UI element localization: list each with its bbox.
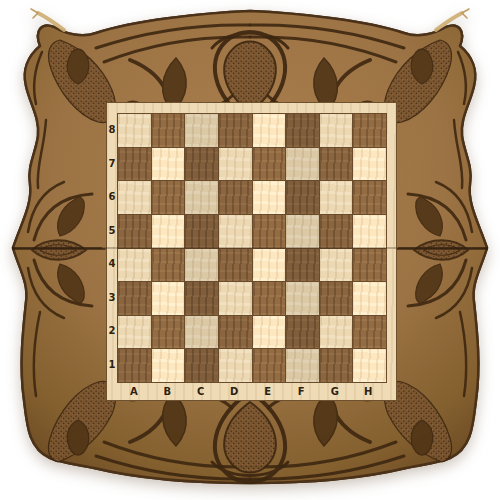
rank-label-3: 3 bbox=[107, 281, 117, 315]
square-h4[interactable] bbox=[353, 249, 386, 282]
square-b5[interactable] bbox=[152, 215, 185, 248]
square-d7[interactable] bbox=[219, 148, 252, 181]
square-g1[interactable] bbox=[320, 349, 353, 382]
square-a2[interactable] bbox=[118, 316, 151, 349]
square-f6[interactable] bbox=[286, 181, 319, 214]
square-c4[interactable] bbox=[185, 249, 218, 282]
file-label-g: G bbox=[318, 381, 352, 402]
square-a7[interactable] bbox=[118, 148, 151, 181]
file-labels: ABCDEFGH bbox=[117, 381, 385, 402]
square-b2[interactable] bbox=[152, 316, 185, 349]
square-b7[interactable] bbox=[152, 148, 185, 181]
rank-label-8: 8 bbox=[107, 113, 117, 147]
square-c3[interactable] bbox=[185, 282, 218, 315]
product-photo-carved-chessboard: 87654321 ABCDEFGH bbox=[0, 0, 500, 500]
square-e5[interactable] bbox=[253, 215, 286, 248]
rank-label-1: 1 bbox=[107, 348, 117, 382]
square-c2[interactable] bbox=[185, 316, 218, 349]
file-label-e: E bbox=[251, 381, 285, 402]
rank-label-6: 6 bbox=[107, 180, 117, 214]
rank-label-4: 4 bbox=[107, 247, 117, 281]
chess-board-panel: 87654321 ABCDEFGH bbox=[106, 102, 397, 401]
square-b8[interactable] bbox=[152, 114, 185, 147]
square-g3[interactable] bbox=[320, 282, 353, 315]
square-a8[interactable] bbox=[118, 114, 151, 147]
square-e1[interactable] bbox=[253, 349, 286, 382]
file-label-h: H bbox=[352, 381, 386, 402]
square-f3[interactable] bbox=[286, 282, 319, 315]
square-d4[interactable] bbox=[219, 249, 252, 282]
square-f2[interactable] bbox=[286, 316, 319, 349]
square-c6[interactable] bbox=[185, 181, 218, 214]
square-e7[interactable] bbox=[253, 148, 286, 181]
file-label-a: A bbox=[117, 381, 151, 402]
file-label-d: D bbox=[218, 381, 252, 402]
file-label-f: F bbox=[285, 381, 319, 402]
square-a6[interactable] bbox=[118, 181, 151, 214]
square-f4[interactable] bbox=[286, 249, 319, 282]
square-f8[interactable] bbox=[286, 114, 319, 147]
file-label-c: C bbox=[184, 381, 218, 402]
rank-label-2: 2 bbox=[107, 314, 117, 348]
square-h6[interactable] bbox=[353, 181, 386, 214]
square-a5[interactable] bbox=[118, 215, 151, 248]
square-c7[interactable] bbox=[185, 148, 218, 181]
square-h2[interactable] bbox=[353, 316, 386, 349]
square-g4[interactable] bbox=[320, 249, 353, 282]
square-d8[interactable] bbox=[219, 114, 252, 147]
rank-label-5: 5 bbox=[107, 214, 117, 248]
square-d5[interactable] bbox=[219, 215, 252, 248]
square-c8[interactable] bbox=[185, 114, 218, 147]
square-e6[interactable] bbox=[253, 181, 286, 214]
square-h8[interactable] bbox=[353, 114, 386, 147]
square-h1[interactable] bbox=[353, 349, 386, 382]
square-d6[interactable] bbox=[219, 181, 252, 214]
square-c1[interactable] bbox=[185, 349, 218, 382]
square-d3[interactable] bbox=[219, 282, 252, 315]
square-e2[interactable] bbox=[253, 316, 286, 349]
square-g5[interactable] bbox=[320, 215, 353, 248]
square-d1[interactable] bbox=[219, 349, 252, 382]
square-a3[interactable] bbox=[118, 282, 151, 315]
square-h5[interactable] bbox=[353, 215, 386, 248]
square-h7[interactable] bbox=[353, 148, 386, 181]
square-g7[interactable] bbox=[320, 148, 353, 181]
square-a1[interactable] bbox=[118, 349, 151, 382]
square-e8[interactable] bbox=[253, 114, 286, 147]
square-d2[interactable] bbox=[219, 316, 252, 349]
square-a4[interactable] bbox=[118, 249, 151, 282]
square-b3[interactable] bbox=[152, 282, 185, 315]
square-f7[interactable] bbox=[286, 148, 319, 181]
square-b6[interactable] bbox=[152, 181, 185, 214]
square-e4[interactable] bbox=[253, 249, 286, 282]
square-b4[interactable] bbox=[152, 249, 185, 282]
square-e3[interactable] bbox=[253, 282, 286, 315]
square-f1[interactable] bbox=[286, 349, 319, 382]
square-c5[interactable] bbox=[185, 215, 218, 248]
square-g2[interactable] bbox=[320, 316, 353, 349]
square-h3[interactable] bbox=[353, 282, 386, 315]
square-g8[interactable] bbox=[320, 114, 353, 147]
rank-label-7: 7 bbox=[107, 147, 117, 181]
square-b1[interactable] bbox=[152, 349, 185, 382]
file-label-b: B bbox=[151, 381, 185, 402]
square-g6[interactable] bbox=[320, 181, 353, 214]
square-f5[interactable] bbox=[286, 215, 319, 248]
center-fold-seam bbox=[12, 247, 488, 249]
